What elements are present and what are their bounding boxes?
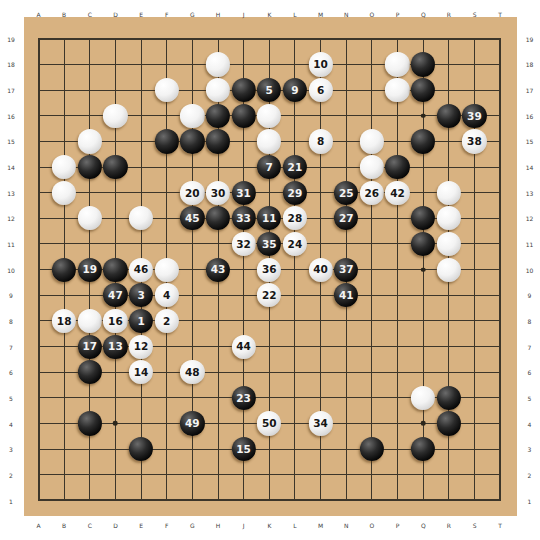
- intersection-T12[interactable]: [487, 205, 513, 231]
- intersection-N2[interactable]: [333, 462, 359, 488]
- intersection-T17[interactable]: [487, 77, 513, 103]
- intersection-B9[interactable]: [51, 282, 77, 308]
- intersection-D8[interactable]: 16: [103, 308, 129, 334]
- intersection-C11[interactable]: [77, 231, 103, 257]
- intersection-N13[interactable]: 25: [333, 180, 359, 206]
- intersection-B11[interactable]: [51, 231, 77, 257]
- intersection-T16[interactable]: [487, 103, 513, 129]
- intersection-M16[interactable]: [308, 103, 334, 129]
- intersection-A15[interactable]: [26, 129, 52, 155]
- intersection-L17[interactable]: 9: [282, 77, 308, 103]
- intersection-E13[interactable]: [128, 180, 154, 206]
- intersection-L4[interactable]: [282, 411, 308, 437]
- intersection-N11[interactable]: [333, 231, 359, 257]
- intersection-M19[interactable]: [308, 26, 334, 52]
- intersection-M1[interactable]: [308, 488, 334, 514]
- intersection-F4[interactable]: [154, 411, 180, 437]
- intersection-N9[interactable]: 41: [333, 282, 359, 308]
- intersection-A10[interactable]: [26, 257, 52, 283]
- intersection-G7[interactable]: [180, 334, 206, 360]
- intersection-A17[interactable]: [26, 77, 52, 103]
- intersection-O6[interactable]: [359, 359, 385, 385]
- intersection-L3[interactable]: [282, 436, 308, 462]
- intersection-E17[interactable]: [128, 77, 154, 103]
- intersection-R19[interactable]: [436, 26, 462, 52]
- intersection-D10[interactable]: [103, 257, 129, 283]
- intersection-J14[interactable]: [231, 154, 257, 180]
- intersection-Q14[interactable]: [410, 154, 436, 180]
- intersection-F13[interactable]: [154, 180, 180, 206]
- intersection-B13[interactable]: [51, 180, 77, 206]
- intersection-G17[interactable]: [180, 77, 206, 103]
- intersection-O12[interactable]: [359, 205, 385, 231]
- intersection-T1[interactable]: [487, 488, 513, 514]
- intersection-E7[interactable]: 12: [128, 334, 154, 360]
- intersection-C9[interactable]: [77, 282, 103, 308]
- intersection-K9[interactable]: 22: [256, 282, 282, 308]
- intersection-L2[interactable]: [282, 462, 308, 488]
- intersection-O5[interactable]: [359, 385, 385, 411]
- intersection-B5[interactable]: [51, 385, 77, 411]
- intersection-Q2[interactable]: [410, 462, 436, 488]
- intersection-E18[interactable]: [128, 52, 154, 78]
- intersection-A1[interactable]: [26, 488, 52, 514]
- intersection-R5[interactable]: [436, 385, 462, 411]
- intersection-J13[interactable]: 31: [231, 180, 257, 206]
- intersection-S14[interactable]: [462, 154, 488, 180]
- intersection-R3[interactable]: [436, 436, 462, 462]
- intersection-Q13[interactable]: [410, 180, 436, 206]
- intersection-D17[interactable]: [103, 77, 129, 103]
- intersection-C16[interactable]: [77, 103, 103, 129]
- intersection-H12[interactable]: [205, 205, 231, 231]
- intersection-A4[interactable]: [26, 411, 52, 437]
- intersection-F6[interactable]: [154, 359, 180, 385]
- intersection-G13[interactable]: 20: [180, 180, 206, 206]
- intersection-R15[interactable]: [436, 129, 462, 155]
- intersection-T8[interactable]: [487, 308, 513, 334]
- intersection-H13[interactable]: 30: [205, 180, 231, 206]
- intersection-F14[interactable]: [154, 154, 180, 180]
- intersection-E19[interactable]: [128, 26, 154, 52]
- intersection-F3[interactable]: [154, 436, 180, 462]
- intersection-P15[interactable]: [385, 129, 411, 155]
- intersection-B2[interactable]: [51, 462, 77, 488]
- intersection-P14[interactable]: [385, 154, 411, 180]
- intersection-T2[interactable]: [487, 462, 513, 488]
- intersection-L8[interactable]: [282, 308, 308, 334]
- intersection-G3[interactable]: [180, 436, 206, 462]
- intersection-F11[interactable]: [154, 231, 180, 257]
- intersection-J7[interactable]: 44: [231, 334, 257, 360]
- intersection-N10[interactable]: 37: [333, 257, 359, 283]
- intersection-T19[interactable]: [487, 26, 513, 52]
- intersection-K13[interactable]: [256, 180, 282, 206]
- intersection-O2[interactable]: [359, 462, 385, 488]
- intersection-D1[interactable]: [103, 488, 129, 514]
- intersection-S6[interactable]: [462, 359, 488, 385]
- intersection-B8[interactable]: 18: [51, 308, 77, 334]
- intersection-E5[interactable]: [128, 385, 154, 411]
- intersection-J9[interactable]: [231, 282, 257, 308]
- intersection-B7[interactable]: [51, 334, 77, 360]
- intersection-G2[interactable]: [180, 462, 206, 488]
- intersection-O8[interactable]: [359, 308, 385, 334]
- intersection-O4[interactable]: [359, 411, 385, 437]
- intersection-G16[interactable]: [180, 103, 206, 129]
- intersection-D11[interactable]: [103, 231, 129, 257]
- intersection-D4[interactable]: [103, 411, 129, 437]
- intersection-S3[interactable]: [462, 436, 488, 462]
- intersection-O7[interactable]: [359, 334, 385, 360]
- intersection-B3[interactable]: [51, 436, 77, 462]
- intersection-E16[interactable]: [128, 103, 154, 129]
- intersection-S18[interactable]: [462, 52, 488, 78]
- intersection-S15[interactable]: 38: [462, 129, 488, 155]
- intersection-C8[interactable]: [77, 308, 103, 334]
- intersection-E3[interactable]: [128, 436, 154, 462]
- intersection-S8[interactable]: [462, 308, 488, 334]
- intersection-R2[interactable]: [436, 462, 462, 488]
- intersection-A2[interactable]: [26, 462, 52, 488]
- intersection-M7[interactable]: [308, 334, 334, 360]
- intersection-F8[interactable]: 2: [154, 308, 180, 334]
- intersection-T7[interactable]: [487, 334, 513, 360]
- intersection-M9[interactable]: [308, 282, 334, 308]
- intersection-O14[interactable]: [359, 154, 385, 180]
- intersection-P9[interactable]: [385, 282, 411, 308]
- intersection-O9[interactable]: [359, 282, 385, 308]
- intersection-L16[interactable]: [282, 103, 308, 129]
- intersection-M13[interactable]: [308, 180, 334, 206]
- intersection-T5[interactable]: [487, 385, 513, 411]
- intersection-J19[interactable]: [231, 26, 257, 52]
- intersection-A8[interactable]: [26, 308, 52, 334]
- intersection-Q17[interactable]: [410, 77, 436, 103]
- intersection-M6[interactable]: [308, 359, 334, 385]
- intersection-A12[interactable]: [26, 205, 52, 231]
- intersection-A19[interactable]: [26, 26, 52, 52]
- intersection-L10[interactable]: [282, 257, 308, 283]
- intersection-O18[interactable]: [359, 52, 385, 78]
- intersection-P8[interactable]: [385, 308, 411, 334]
- intersection-H5[interactable]: [205, 385, 231, 411]
- intersection-N7[interactable]: [333, 334, 359, 360]
- intersection-A13[interactable]: [26, 180, 52, 206]
- intersection-D3[interactable]: [103, 436, 129, 462]
- intersection-T10[interactable]: [487, 257, 513, 283]
- intersection-R8[interactable]: [436, 308, 462, 334]
- intersection-K16[interactable]: [256, 103, 282, 129]
- intersection-D12[interactable]: [103, 205, 129, 231]
- intersection-N4[interactable]: [333, 411, 359, 437]
- intersection-C5[interactable]: [77, 385, 103, 411]
- intersection-L12[interactable]: 28: [282, 205, 308, 231]
- intersection-Q15[interactable]: [410, 129, 436, 155]
- intersection-R12[interactable]: [436, 205, 462, 231]
- intersection-G5[interactable]: [180, 385, 206, 411]
- intersection-R11[interactable]: [436, 231, 462, 257]
- intersection-S17[interactable]: [462, 77, 488, 103]
- intersection-B4[interactable]: [51, 411, 77, 437]
- intersection-O3[interactable]: [359, 436, 385, 462]
- intersection-A16[interactable]: [26, 103, 52, 129]
- intersection-Q6[interactable]: [410, 359, 436, 385]
- intersection-J6[interactable]: [231, 359, 257, 385]
- intersection-E6[interactable]: 14: [128, 359, 154, 385]
- intersection-M4[interactable]: 34: [308, 411, 334, 437]
- intersection-B6[interactable]: [51, 359, 77, 385]
- intersection-J16[interactable]: [231, 103, 257, 129]
- intersection-B14[interactable]: [51, 154, 77, 180]
- intersection-J8[interactable]: [231, 308, 257, 334]
- intersection-L18[interactable]: [282, 52, 308, 78]
- intersection-F9[interactable]: 4: [154, 282, 180, 308]
- intersection-J2[interactable]: [231, 462, 257, 488]
- intersection-E8[interactable]: 1: [128, 308, 154, 334]
- intersection-J1[interactable]: [231, 488, 257, 514]
- intersection-C13[interactable]: [77, 180, 103, 206]
- intersection-B15[interactable]: [51, 129, 77, 155]
- intersection-S5[interactable]: [462, 385, 488, 411]
- intersection-K11[interactable]: 35: [256, 231, 282, 257]
- intersection-O13[interactable]: 26: [359, 180, 385, 206]
- intersection-C3[interactable]: [77, 436, 103, 462]
- intersection-K4[interactable]: 50: [256, 411, 282, 437]
- intersection-S11[interactable]: [462, 231, 488, 257]
- intersection-E15[interactable]: [128, 129, 154, 155]
- intersection-P1[interactable]: [385, 488, 411, 514]
- intersection-N19[interactable]: [333, 26, 359, 52]
- intersection-K8[interactable]: [256, 308, 282, 334]
- intersection-T15[interactable]: [487, 129, 513, 155]
- intersection-F16[interactable]: [154, 103, 180, 129]
- intersection-P16[interactable]: [385, 103, 411, 129]
- intersection-R1[interactable]: [436, 488, 462, 514]
- intersection-M11[interactable]: [308, 231, 334, 257]
- intersection-J11[interactable]: 32: [231, 231, 257, 257]
- intersection-M8[interactable]: [308, 308, 334, 334]
- intersection-J15[interactable]: [231, 129, 257, 155]
- intersection-P17[interactable]: [385, 77, 411, 103]
- intersection-B12[interactable]: [51, 205, 77, 231]
- intersection-S2[interactable]: [462, 462, 488, 488]
- intersection-C2[interactable]: [77, 462, 103, 488]
- intersection-B17[interactable]: [51, 77, 77, 103]
- intersection-R13[interactable]: [436, 180, 462, 206]
- intersection-D7[interactable]: 13: [103, 334, 129, 360]
- intersection-O11[interactable]: [359, 231, 385, 257]
- intersection-G1[interactable]: [180, 488, 206, 514]
- intersection-K10[interactable]: 36: [256, 257, 282, 283]
- intersection-H10[interactable]: 43: [205, 257, 231, 283]
- intersection-M10[interactable]: 40: [308, 257, 334, 283]
- intersection-N16[interactable]: [333, 103, 359, 129]
- intersection-L1[interactable]: [282, 488, 308, 514]
- intersection-Q4[interactable]: [410, 411, 436, 437]
- intersection-R6[interactable]: [436, 359, 462, 385]
- intersection-C12[interactable]: [77, 205, 103, 231]
- intersection-E2[interactable]: [128, 462, 154, 488]
- intersection-G12[interactable]: 45: [180, 205, 206, 231]
- intersection-L11[interactable]: 24: [282, 231, 308, 257]
- intersection-C7[interactable]: 17: [77, 334, 103, 360]
- intersection-P18[interactable]: [385, 52, 411, 78]
- intersection-G19[interactable]: [180, 26, 206, 52]
- intersection-D15[interactable]: [103, 129, 129, 155]
- intersection-M18[interactable]: 10: [308, 52, 334, 78]
- intersection-L6[interactable]: [282, 359, 308, 385]
- intersection-K1[interactable]: [256, 488, 282, 514]
- intersection-D5[interactable]: [103, 385, 129, 411]
- intersection-T9[interactable]: [487, 282, 513, 308]
- intersection-Q5[interactable]: [410, 385, 436, 411]
- intersection-A11[interactable]: [26, 231, 52, 257]
- intersection-N6[interactable]: [333, 359, 359, 385]
- intersection-E14[interactable]: [128, 154, 154, 180]
- intersection-Q3[interactable]: [410, 436, 436, 462]
- intersection-M17[interactable]: 6: [308, 77, 334, 103]
- intersection-S1[interactable]: [462, 488, 488, 514]
- intersection-H1[interactable]: [205, 488, 231, 514]
- intersection-N14[interactable]: [333, 154, 359, 180]
- intersection-P4[interactable]: [385, 411, 411, 437]
- intersection-Q18[interactable]: [410, 52, 436, 78]
- intersection-Q1[interactable]: [410, 488, 436, 514]
- intersection-F19[interactable]: [154, 26, 180, 52]
- intersection-P13[interactable]: 42: [385, 180, 411, 206]
- intersection-K2[interactable]: [256, 462, 282, 488]
- intersection-A6[interactable]: [26, 359, 52, 385]
- intersection-C17[interactable]: [77, 77, 103, 103]
- intersection-C1[interactable]: [77, 488, 103, 514]
- intersection-H19[interactable]: [205, 26, 231, 52]
- intersection-K3[interactable]: [256, 436, 282, 462]
- intersection-P2[interactable]: [385, 462, 411, 488]
- intersection-P6[interactable]: [385, 359, 411, 385]
- intersection-L9[interactable]: [282, 282, 308, 308]
- intersection-N3[interactable]: [333, 436, 359, 462]
- intersection-M14[interactable]: [308, 154, 334, 180]
- intersection-L14[interactable]: 21: [282, 154, 308, 180]
- intersection-T11[interactable]: [487, 231, 513, 257]
- intersection-J18[interactable]: [231, 52, 257, 78]
- intersection-S19[interactable]: [462, 26, 488, 52]
- intersection-A3[interactable]: [26, 436, 52, 462]
- intersection-K12[interactable]: 11: [256, 205, 282, 231]
- intersection-D14[interactable]: [103, 154, 129, 180]
- intersection-O19[interactable]: [359, 26, 385, 52]
- intersection-K18[interactable]: [256, 52, 282, 78]
- intersection-T18[interactable]: [487, 52, 513, 78]
- intersection-P11[interactable]: [385, 231, 411, 257]
- intersection-Q19[interactable]: [410, 26, 436, 52]
- intersection-E1[interactable]: [128, 488, 154, 514]
- intersection-H8[interactable]: [205, 308, 231, 334]
- intersection-Q10[interactable]: [410, 257, 436, 283]
- intersection-F5[interactable]: [154, 385, 180, 411]
- intersection-R10[interactable]: [436, 257, 462, 283]
- intersection-P3[interactable]: [385, 436, 411, 462]
- intersection-R18[interactable]: [436, 52, 462, 78]
- intersection-G8[interactable]: [180, 308, 206, 334]
- intersection-T13[interactable]: [487, 180, 513, 206]
- intersection-N12[interactable]: 27: [333, 205, 359, 231]
- intersection-C19[interactable]: [77, 26, 103, 52]
- intersection-J4[interactable]: [231, 411, 257, 437]
- intersection-Q9[interactable]: [410, 282, 436, 308]
- intersection-A5[interactable]: [26, 385, 52, 411]
- intersection-R16[interactable]: [436, 103, 462, 129]
- intersection-J17[interactable]: [231, 77, 257, 103]
- intersection-N17[interactable]: [333, 77, 359, 103]
- intersection-O10[interactable]: [359, 257, 385, 283]
- intersection-H11[interactable]: [205, 231, 231, 257]
- intersection-K6[interactable]: [256, 359, 282, 385]
- intersection-C15[interactable]: [77, 129, 103, 155]
- intersection-J12[interactable]: 33: [231, 205, 257, 231]
- intersection-P19[interactable]: [385, 26, 411, 52]
- intersection-D2[interactable]: [103, 462, 129, 488]
- intersection-P10[interactable]: [385, 257, 411, 283]
- intersection-C4[interactable]: [77, 411, 103, 437]
- intersection-A14[interactable]: [26, 154, 52, 180]
- intersection-G10[interactable]: [180, 257, 206, 283]
- intersection-H15[interactable]: [205, 129, 231, 155]
- intersection-L5[interactable]: [282, 385, 308, 411]
- intersection-G9[interactable]: [180, 282, 206, 308]
- intersection-M3[interactable]: [308, 436, 334, 462]
- intersection-A7[interactable]: [26, 334, 52, 360]
- intersection-Q12[interactable]: [410, 205, 436, 231]
- intersection-B1[interactable]: [51, 488, 77, 514]
- intersection-K19[interactable]: [256, 26, 282, 52]
- intersection-L19[interactable]: [282, 26, 308, 52]
- intersection-F12[interactable]: [154, 205, 180, 231]
- intersection-G6[interactable]: 48: [180, 359, 206, 385]
- intersection-K15[interactable]: [256, 129, 282, 155]
- intersection-K17[interactable]: 5: [256, 77, 282, 103]
- intersection-K5[interactable]: [256, 385, 282, 411]
- intersection-R7[interactable]: [436, 334, 462, 360]
- intersection-T14[interactable]: [487, 154, 513, 180]
- intersection-S12[interactable]: [462, 205, 488, 231]
- intersection-D18[interactable]: [103, 52, 129, 78]
- intersection-E11[interactable]: [128, 231, 154, 257]
- intersection-H18[interactable]: [205, 52, 231, 78]
- intersection-S13[interactable]: [462, 180, 488, 206]
- intersection-N18[interactable]: [333, 52, 359, 78]
- intersection-S9[interactable]: [462, 282, 488, 308]
- intersection-F15[interactable]: [154, 129, 180, 155]
- intersection-C14[interactable]: [77, 154, 103, 180]
- intersection-H7[interactable]: [205, 334, 231, 360]
- intersection-S7[interactable]: [462, 334, 488, 360]
- intersection-F2[interactable]: [154, 462, 180, 488]
- intersection-K14[interactable]: 7: [256, 154, 282, 180]
- intersection-L13[interactable]: 29: [282, 180, 308, 206]
- intersection-S10[interactable]: [462, 257, 488, 283]
- intersection-S4[interactable]: [462, 411, 488, 437]
- intersection-J3[interactable]: 15: [231, 436, 257, 462]
- intersection-P5[interactable]: [385, 385, 411, 411]
- intersection-F18[interactable]: [154, 52, 180, 78]
- intersection-Q7[interactable]: [410, 334, 436, 360]
- intersection-D16[interactable]: [103, 103, 129, 129]
- intersection-G18[interactable]: [180, 52, 206, 78]
- intersection-C10[interactable]: 19: [77, 257, 103, 283]
- intersection-F1[interactable]: [154, 488, 180, 514]
